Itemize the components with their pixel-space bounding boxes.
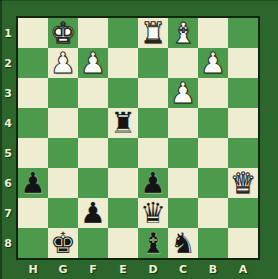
white-king[interactable]: ♚ bbox=[50, 18, 76, 48]
square-a6[interactable]: ♛ bbox=[228, 168, 258, 198]
square-a1[interactable] bbox=[228, 18, 258, 48]
square-f7[interactable]: ♟ bbox=[78, 198, 108, 228]
square-a3[interactable] bbox=[228, 78, 258, 108]
file-label-c: C bbox=[168, 260, 198, 279]
white-queen[interactable]: ♛ bbox=[230, 168, 256, 198]
square-c7[interactable] bbox=[168, 198, 198, 228]
square-e8[interactable] bbox=[108, 228, 138, 258]
square-g3[interactable] bbox=[48, 78, 78, 108]
square-b1[interactable] bbox=[198, 18, 228, 48]
square-f5[interactable] bbox=[78, 138, 108, 168]
white-bishop[interactable]: ♝ bbox=[170, 18, 196, 48]
square-g5[interactable] bbox=[48, 138, 78, 168]
square-f8[interactable] bbox=[78, 228, 108, 258]
square-d5[interactable] bbox=[138, 138, 168, 168]
square-f1[interactable] bbox=[78, 18, 108, 48]
square-d7[interactable]: ♛ bbox=[138, 198, 168, 228]
square-c6[interactable] bbox=[168, 168, 198, 198]
square-g2[interactable]: ♟ bbox=[48, 48, 78, 78]
black-queen[interactable]: ♛ bbox=[140, 198, 166, 228]
square-b6[interactable] bbox=[198, 168, 228, 198]
rank-label-5: 5 bbox=[0, 138, 16, 168]
square-h3[interactable] bbox=[18, 78, 48, 108]
square-b3[interactable] bbox=[198, 78, 228, 108]
square-c8[interactable]: ♞ bbox=[168, 228, 198, 258]
black-rook[interactable]: ♜ bbox=[110, 108, 136, 138]
square-g8[interactable]: ♚ bbox=[48, 228, 78, 258]
square-e2[interactable] bbox=[108, 48, 138, 78]
square-a4[interactable] bbox=[228, 108, 258, 138]
file-label-a: A bbox=[228, 260, 258, 279]
square-h6[interactable]: ♟ bbox=[18, 168, 48, 198]
square-d6[interactable]: ♟ bbox=[138, 168, 168, 198]
rank-label-2: 2 bbox=[0, 48, 16, 78]
square-f4[interactable] bbox=[78, 108, 108, 138]
square-f6[interactable] bbox=[78, 168, 108, 198]
square-c4[interactable] bbox=[168, 108, 198, 138]
black-king[interactable]: ♚ bbox=[50, 228, 76, 258]
square-e4[interactable]: ♜ bbox=[108, 108, 138, 138]
square-f3[interactable] bbox=[78, 78, 108, 108]
square-b2[interactable]: ♟ bbox=[198, 48, 228, 78]
square-c5[interactable] bbox=[168, 138, 198, 168]
file-label-d: D bbox=[138, 260, 168, 279]
file-labels: HGFEDCBA bbox=[18, 260, 258, 279]
square-d8[interactable]: ♝ bbox=[138, 228, 168, 258]
chess-diagram: 12345678 ♚♜♝♟♟♟♟♜♟♟♛♟♛♚♝♞ HGFEDCBA bbox=[0, 0, 278, 279]
square-c3[interactable]: ♟ bbox=[168, 78, 198, 108]
rank-label-8: 8 bbox=[0, 228, 16, 258]
square-d2[interactable] bbox=[138, 48, 168, 78]
square-b7[interactable] bbox=[198, 198, 228, 228]
square-h8[interactable] bbox=[18, 228, 48, 258]
square-g6[interactable] bbox=[48, 168, 78, 198]
file-label-g: G bbox=[48, 260, 78, 279]
square-e6[interactable] bbox=[108, 168, 138, 198]
square-d3[interactable] bbox=[138, 78, 168, 108]
square-e1[interactable] bbox=[108, 18, 138, 48]
square-g7[interactable] bbox=[48, 198, 78, 228]
square-a7[interactable] bbox=[228, 198, 258, 228]
file-label-h: H bbox=[18, 260, 48, 279]
square-d4[interactable] bbox=[138, 108, 168, 138]
rank-label-4: 4 bbox=[0, 108, 16, 138]
square-h2[interactable] bbox=[18, 48, 48, 78]
square-h5[interactable] bbox=[18, 138, 48, 168]
white-rook[interactable]: ♜ bbox=[140, 18, 166, 48]
square-b4[interactable] bbox=[198, 108, 228, 138]
square-e3[interactable] bbox=[108, 78, 138, 108]
square-b8[interactable] bbox=[198, 228, 228, 258]
square-e5[interactable] bbox=[108, 138, 138, 168]
square-d1[interactable]: ♜ bbox=[138, 18, 168, 48]
square-e7[interactable] bbox=[108, 198, 138, 228]
file-label-b: B bbox=[198, 260, 228, 279]
square-a2[interactable] bbox=[228, 48, 258, 78]
rank-label-7: 7 bbox=[0, 198, 16, 228]
chess-board[interactable]: ♚♜♝♟♟♟♟♜♟♟♛♟♛♚♝♞ bbox=[16, 16, 260, 260]
square-h1[interactable] bbox=[18, 18, 48, 48]
black-bishop[interactable]: ♝ bbox=[140, 228, 166, 258]
square-c1[interactable]: ♝ bbox=[168, 18, 198, 48]
square-a8[interactable] bbox=[228, 228, 258, 258]
square-g4[interactable] bbox=[48, 108, 78, 138]
black-knight[interactable]: ♞ bbox=[170, 228, 196, 258]
square-h7[interactable] bbox=[18, 198, 48, 228]
white-pawn[interactable]: ♟ bbox=[170, 78, 196, 108]
black-pawn[interactable]: ♟ bbox=[80, 198, 106, 228]
square-b5[interactable] bbox=[198, 138, 228, 168]
black-pawn[interactable]: ♟ bbox=[140, 168, 166, 198]
file-label-f: F bbox=[78, 260, 108, 279]
rank-labels: 12345678 bbox=[0, 18, 16, 258]
white-pawn[interactable]: ♟ bbox=[80, 48, 106, 78]
file-label-e: E bbox=[108, 260, 138, 279]
black-pawn[interactable]: ♟ bbox=[20, 168, 46, 198]
square-h4[interactable] bbox=[18, 108, 48, 138]
rank-label-3: 3 bbox=[0, 78, 16, 108]
rank-label-1: 1 bbox=[0, 18, 16, 48]
white-pawn[interactable]: ♟ bbox=[200, 48, 226, 78]
white-pawn[interactable]: ♟ bbox=[50, 48, 76, 78]
square-c2[interactable] bbox=[168, 48, 198, 78]
square-f2[interactable]: ♟ bbox=[78, 48, 108, 78]
rank-label-6: 6 bbox=[0, 168, 16, 198]
square-g1[interactable]: ♚ bbox=[48, 18, 78, 48]
square-a5[interactable] bbox=[228, 138, 258, 168]
